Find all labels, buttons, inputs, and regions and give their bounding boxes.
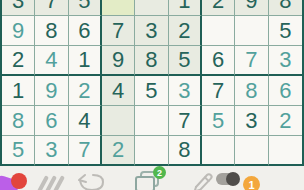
cell-r6c4[interactable]: 2 [102,136,135,166]
cell-r5c1[interactable]: 8 [2,106,35,136]
cell-r3c1[interactable]: 2 [2,46,35,76]
toggle-knob [226,172,240,186]
cell-r5c4[interactable] [102,106,135,136]
cell-r3c3[interactable]: 1 [69,46,102,76]
cell-r2c2[interactable]: 8 [35,16,68,46]
cell-r6c7[interactable] [202,136,235,166]
cell-r3c9[interactable]: 3 [269,46,302,76]
cell-r4c1[interactable]: 1 [2,76,35,106]
cell-r1c1[interactable]: 3 [2,0,35,16]
cell-r1c3[interactable]: 5 [69,0,102,16]
cell-r1c2[interactable]: 7 [35,0,68,16]
undo-icon[interactable] [76,173,106,190]
cell-r2c3[interactable]: 6 [69,16,102,46]
cell-r4c2[interactable]: 9 [35,76,68,106]
cell-r4c4[interactable]: 4 [102,76,135,106]
sudoku-app-screen: 3751298986732524198567319245378686475325… [0,0,304,190]
cell-r5c8[interactable]: 3 [235,106,268,136]
cell-r3c6[interactable]: 5 [169,46,202,76]
hint-badge[interactable]: 1 [243,176,260,190]
cell-r3c2[interactable]: 4 [35,46,68,76]
cell-r5c5[interactable] [135,106,168,136]
cell-r3c8[interactable]: 7 [235,46,268,76]
cell-r2c7[interactable] [202,16,235,46]
cell-r3c7[interactable]: 6 [202,46,235,76]
cell-r4c5[interactable]: 5 [135,76,168,106]
cell-r5c6[interactable]: 7 [169,106,202,136]
cell-r1c7[interactable]: 2 [202,0,235,16]
bottom-toolbar: 2 1 [0,166,304,190]
notes-badge: 2 [153,166,166,179]
cell-r6c9[interactable] [269,136,302,166]
cell-r6c6[interactable]: 8 [169,136,202,166]
eraser-icon[interactable] [38,175,66,190]
cell-r5c7[interactable]: 5 [202,106,235,136]
cell-r4c7[interactable]: 7 [202,76,235,106]
cell-r3c5[interactable]: 8 [135,46,168,76]
sudoku-board: 3751298986732524198567319245378686475325… [0,0,304,190]
pencil-icon[interactable] [192,171,218,190]
cell-r2c5[interactable]: 3 [135,16,168,46]
cell-r4c3[interactable]: 2 [69,76,102,106]
cell-r1c6[interactable]: 1 [169,0,202,16]
cell-r4c9[interactable]: 6 [269,76,302,106]
cell-r3c4[interactable]: 9 [102,46,135,76]
cell-r2c8[interactable] [235,16,268,46]
notes-icon-front[interactable] [135,176,155,190]
record-dot-icon[interactable] [11,173,27,189]
cell-r1c9[interactable]: 8 [269,0,302,16]
cell-r6c5[interactable] [135,136,168,166]
pencil-mode-toggle[interactable] [216,173,239,185]
cell-r5c2[interactable]: 6 [35,106,68,136]
cell-r5c9[interactable]: 2 [269,106,302,136]
cell-r2c9[interactable]: 5 [269,16,302,46]
cell-r2c4[interactable]: 7 [102,16,135,46]
cell-r1c5[interactable] [135,0,168,16]
cell-r1c4[interactable] [102,0,135,16]
cell-r4c8[interactable]: 8 [235,76,268,106]
cell-r5c3[interactable]: 4 [69,106,102,136]
cell-r1c8[interactable]: 9 [235,0,268,16]
cell-r6c8[interactable] [235,136,268,166]
cell-r4c6[interactable]: 3 [169,76,202,106]
cell-r6c2[interactable]: 3 [35,136,68,166]
cell-r6c1[interactable]: 5 [2,136,35,166]
cell-r2c1[interactable]: 9 [2,16,35,46]
cell-r6c3[interactable]: 7 [69,136,102,166]
cell-r2c6[interactable]: 2 [169,16,202,46]
